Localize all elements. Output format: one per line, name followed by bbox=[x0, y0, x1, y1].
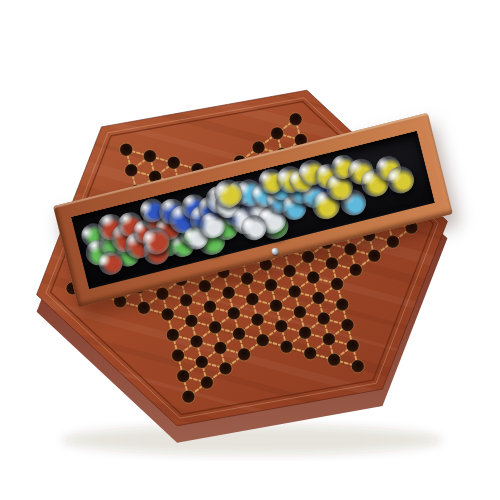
board-shadow bbox=[62, 425, 442, 455]
tray-metal-pin bbox=[271, 247, 279, 255]
product-photo-canvas bbox=[0, 0, 500, 500]
